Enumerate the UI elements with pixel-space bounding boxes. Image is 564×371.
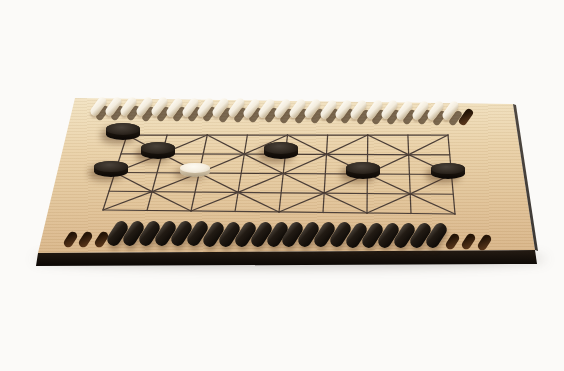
fanorona-board [0,0,564,371]
scene [0,0,564,371]
